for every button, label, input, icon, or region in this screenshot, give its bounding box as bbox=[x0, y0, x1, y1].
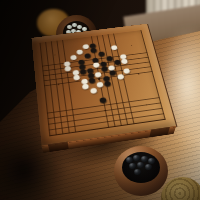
board-intersection[interactable] bbox=[83, 93, 91, 99]
board-intersection[interactable] bbox=[100, 102, 109, 109]
board-intersection[interactable] bbox=[72, 123, 81, 130]
board-intersection[interactable] bbox=[65, 113, 71, 119]
board-intersection[interactable] bbox=[148, 101, 155, 107]
board-intersection[interactable] bbox=[101, 108, 110, 115]
board-intersection[interactable] bbox=[45, 121, 51, 128]
board-intersection[interactable] bbox=[121, 94, 130, 100]
board-intersection[interactable] bbox=[85, 104, 93, 111]
board-intersection[interactable] bbox=[144, 85, 150, 91]
board-intersection[interactable] bbox=[78, 111, 87, 118]
board-intersection[interactable] bbox=[51, 82, 57, 88]
board-intersection[interactable] bbox=[56, 126, 62, 133]
board-intersection[interactable] bbox=[67, 124, 73, 131]
board-intersection[interactable] bbox=[110, 79, 118, 85]
board-intersection[interactable] bbox=[107, 101, 116, 107]
board-intersection[interactable] bbox=[126, 115, 135, 122]
board-intersection[interactable] bbox=[46, 83, 52, 89]
board-intersection[interactable] bbox=[57, 132, 63, 139]
board-intersection[interactable] bbox=[158, 100, 165, 106]
board-intersection[interactable] bbox=[150, 107, 157, 113]
board-intersection[interactable] bbox=[153, 79, 159, 85]
board-intersection[interactable] bbox=[137, 97, 143, 103]
board-intersection[interactable]: ● bbox=[99, 97, 107, 103]
board-intersection[interactable] bbox=[73, 129, 82, 136]
board-intersection[interactable] bbox=[111, 84, 119, 90]
board-intersection[interactable] bbox=[86, 115, 95, 122]
board-intersection[interactable] bbox=[47, 93, 53, 99]
board-intersection[interactable] bbox=[42, 99, 48, 105]
board-intersection[interactable] bbox=[109, 112, 118, 119]
board-intersection[interactable] bbox=[152, 95, 158, 101]
board-intersection[interactable] bbox=[104, 124, 113, 131]
black-stone-in-bowl bbox=[148, 158, 155, 164]
board-intersection[interactable] bbox=[106, 96, 114, 102]
board-intersection[interactable] bbox=[40, 78, 46, 84]
star-point bbox=[146, 104, 147, 105]
board-intersection[interactable] bbox=[73, 79, 81, 85]
black-stone: ● bbox=[103, 80, 111, 86]
board-intersection[interactable] bbox=[86, 110, 95, 117]
board-intersection[interactable] bbox=[97, 86, 105, 92]
board-intersection[interactable] bbox=[74, 84, 82, 90]
board-intersection[interactable] bbox=[135, 120, 144, 127]
board-intersection[interactable] bbox=[66, 80, 74, 86]
board-intersection[interactable] bbox=[48, 104, 54, 110]
board-intersection[interactable] bbox=[123, 104, 132, 111]
board-intersection[interactable] bbox=[63, 96, 69, 102]
board-intersection[interactable] bbox=[124, 110, 133, 117]
board-intersection[interactable] bbox=[58, 102, 64, 108]
board-intersection[interactable] bbox=[61, 125, 67, 132]
board-intersection[interactable] bbox=[43, 110, 49, 116]
board-intersection[interactable] bbox=[56, 81, 62, 87]
board-intersection[interactable] bbox=[131, 103, 140, 110]
board-intersection[interactable] bbox=[77, 105, 85, 112]
board-intersection[interactable] bbox=[141, 114, 148, 120]
board-intersection[interactable] bbox=[104, 85, 112, 91]
board-intersection[interactable] bbox=[55, 114, 61, 120]
star-point bbox=[58, 84, 59, 85]
black-bowl-stones bbox=[122, 152, 160, 183]
board-intersection[interactable] bbox=[127, 121, 136, 128]
board-intersection[interactable] bbox=[50, 126, 56, 133]
board-intersection[interactable] bbox=[151, 90, 157, 96]
board-intersection[interactable] bbox=[80, 122, 89, 129]
board-intersection[interactable] bbox=[146, 91, 152, 97]
board-intersection[interactable] bbox=[136, 92, 142, 98]
board-intersection[interactable] bbox=[92, 103, 100, 110]
board-intersection[interactable] bbox=[51, 87, 57, 93]
board-intersection[interactable] bbox=[149, 85, 155, 91]
board-intersection[interactable] bbox=[64, 107, 70, 113]
black-stone-bowl bbox=[114, 146, 168, 196]
black-stone: ● bbox=[99, 97, 107, 103]
board-intersection[interactable] bbox=[122, 99, 131, 105]
board-intersection[interactable] bbox=[95, 120, 104, 127]
board-intersection[interactable] bbox=[67, 90, 75, 96]
board-intersection[interactable] bbox=[87, 121, 96, 128]
board-intersection[interactable] bbox=[44, 116, 50, 122]
board-intersection[interactable] bbox=[108, 106, 117, 113]
board-intersection[interactable] bbox=[143, 80, 149, 86]
board-intersection[interactable] bbox=[134, 87, 140, 93]
board-intersection[interactable] bbox=[91, 98, 99, 104]
board-intersection[interactable] bbox=[49, 109, 55, 115]
board-intersection[interactable] bbox=[110, 118, 119, 125]
board-intersection[interactable] bbox=[62, 86, 68, 92]
board-intersection[interactable] bbox=[117, 111, 126, 118]
board-intersection[interactable] bbox=[114, 95, 123, 101]
board-intersection[interactable] bbox=[94, 114, 103, 121]
board-intersection[interactable] bbox=[60, 114, 66, 120]
board-intersection[interactable] bbox=[54, 109, 60, 115]
board-intersection[interactable] bbox=[42, 94, 48, 100]
star-point bbox=[104, 110, 105, 111]
board-intersection[interactable] bbox=[53, 103, 59, 109]
board-intersection[interactable] bbox=[118, 78, 126, 84]
board-intersection[interactable] bbox=[116, 105, 125, 112]
board-intersection[interactable] bbox=[61, 81, 67, 87]
star-point bbox=[138, 73, 139, 74]
board-intersection[interactable] bbox=[69, 101, 77, 107]
board-intersection[interactable] bbox=[84, 99, 92, 105]
board-intersection[interactable] bbox=[118, 117, 127, 124]
board-intersection[interactable] bbox=[70, 112, 78, 119]
board-intersection[interactable] bbox=[67, 130, 73, 137]
board-intersection[interactable] bbox=[81, 128, 90, 135]
board-intersection[interactable] bbox=[160, 105, 167, 111]
board-intersection[interactable] bbox=[142, 119, 149, 125]
board-intersection[interactable] bbox=[67, 85, 75, 91]
board-intersection[interactable] bbox=[153, 101, 160, 107]
board-intersection[interactable] bbox=[64, 102, 70, 108]
go-table-scene: ●●●●●●●●●●●●●●●●●●●●●●●●●●●●●●●●●●●●●● bbox=[0, 0, 200, 200]
board-intersection[interactable] bbox=[156, 89, 162, 95]
board-intersection[interactable] bbox=[105, 90, 113, 96]
board-intersection[interactable] bbox=[43, 105, 49, 111]
board-intersection[interactable] bbox=[90, 92, 98, 98]
board-intersection[interactable] bbox=[143, 102, 149, 108]
board-intersection[interactable] bbox=[76, 94, 84, 100]
board-intersection[interactable] bbox=[138, 103, 144, 109]
black-stone-in-bowl bbox=[141, 156, 148, 162]
board-intersection[interactable] bbox=[102, 113, 111, 120]
board-intersection[interactable] bbox=[71, 117, 80, 124]
board-intersection[interactable] bbox=[127, 87, 136, 93]
board-intersection[interactable]: ● bbox=[81, 83, 89, 89]
board-intersection[interactable] bbox=[57, 92, 63, 98]
board-intersection[interactable] bbox=[126, 82, 134, 88]
white-stone: ● bbox=[81, 83, 89, 89]
white-stone-in-bowl bbox=[72, 23, 77, 27]
board-intersection[interactable]: ● bbox=[96, 81, 104, 87]
board-intersection[interactable] bbox=[148, 80, 154, 86]
board-intersection[interactable] bbox=[89, 82, 97, 88]
board-intersection[interactable] bbox=[133, 82, 139, 88]
board-intersection[interactable]: ● bbox=[103, 80, 111, 86]
black-stone-in-bowl bbox=[129, 163, 136, 169]
board-intersection[interactable] bbox=[157, 95, 163, 101]
board-intersection[interactable] bbox=[41, 89, 47, 95]
board-intersection[interactable] bbox=[139, 86, 145, 92]
board-intersection[interactable] bbox=[128, 93, 137, 99]
board-intersection[interactable] bbox=[146, 113, 153, 119]
board-intersection[interactable] bbox=[79, 116, 88, 123]
stones-layer: ●●●●●●●●●●●●●●●●●●●●●●●●●●●●●●●●●●●●●● bbox=[36, 28, 169, 140]
board-intersection[interactable] bbox=[154, 84, 160, 90]
black-stone-in-bowl bbox=[134, 169, 141, 175]
board-intersection[interactable] bbox=[76, 100, 84, 106]
black-stone-in-bowl bbox=[133, 155, 140, 161]
white-stone: ● bbox=[89, 87, 97, 93]
board-intersection[interactable] bbox=[153, 118, 160, 124]
board-intersection[interactable] bbox=[112, 123, 121, 130]
board-intersection[interactable] bbox=[55, 120, 61, 127]
star-point bbox=[131, 45, 132, 46]
board-intersection[interactable] bbox=[62, 131, 68, 138]
star-point bbox=[54, 54, 55, 55]
board-intersection[interactable] bbox=[88, 127, 97, 134]
board-intersection[interactable] bbox=[138, 81, 144, 87]
board-intersection[interactable] bbox=[132, 109, 141, 116]
board-intersection[interactable] bbox=[139, 108, 146, 114]
board-intersection[interactable] bbox=[119, 122, 128, 129]
star-point bbox=[62, 116, 63, 117]
white-stone-in-bowl bbox=[67, 25, 72, 29]
board-intersection[interactable] bbox=[161, 111, 168, 117]
board-intersection[interactable] bbox=[50, 121, 56, 128]
board-intersection[interactable] bbox=[46, 88, 52, 94]
board-intersection[interactable] bbox=[103, 119, 112, 126]
board-intersection[interactable] bbox=[147, 119, 154, 125]
board-intersection[interactable] bbox=[119, 83, 127, 89]
board-intersection[interactable] bbox=[115, 100, 124, 106]
board-intersection[interactable] bbox=[120, 88, 128, 94]
board-intersection[interactable] bbox=[147, 96, 153, 102]
board-intersection[interactable] bbox=[112, 89, 120, 95]
black-stone-in-bowl bbox=[145, 164, 152, 170]
board-intersection[interactable] bbox=[145, 107, 152, 113]
board-intersection[interactable] bbox=[158, 117, 165, 123]
board-intersection[interactable] bbox=[58, 97, 64, 103]
black-stone-in-bowl bbox=[137, 162, 144, 168]
board-intersection[interactable] bbox=[62, 91, 68, 97]
board-intersection[interactable]: ● bbox=[89, 87, 97, 93]
board-intersection[interactable] bbox=[68, 95, 76, 101]
board-intersection[interactable] bbox=[155, 106, 162, 112]
board-intersection[interactable] bbox=[151, 112, 158, 118]
board-intersection[interactable] bbox=[163, 116, 170, 122]
board-intersection[interactable] bbox=[75, 89, 83, 95]
board-intersection[interactable] bbox=[56, 87, 62, 93]
board-intersection[interactable] bbox=[52, 92, 58, 98]
board-intersection[interactable] bbox=[133, 114, 142, 121]
board-intersection[interactable] bbox=[49, 115, 55, 121]
board-intersection[interactable] bbox=[82, 88, 90, 94]
board-intersection[interactable] bbox=[93, 109, 102, 116]
black-stone-in-bowl bbox=[126, 157, 133, 163]
white-stone-in-bowl bbox=[77, 25, 82, 29]
white-stone: ● bbox=[96, 81, 104, 87]
board-intersection[interactable] bbox=[70, 106, 78, 113]
board-intersection[interactable] bbox=[141, 91, 147, 97]
board-intersection[interactable] bbox=[96, 126, 105, 133]
board-intersection[interactable] bbox=[47, 99, 53, 105]
board-intersection[interactable] bbox=[41, 83, 47, 89]
board-intersection[interactable] bbox=[59, 108, 65, 114]
board-intersection[interactable] bbox=[129, 98, 138, 104]
board-intersection[interactable] bbox=[66, 118, 72, 124]
board-intersection[interactable] bbox=[156, 112, 163, 118]
board-intersection[interactable] bbox=[53, 98, 59, 104]
board-intersection[interactable] bbox=[98, 91, 106, 97]
board-intersection[interactable] bbox=[142, 97, 148, 103]
board-intersection[interactable] bbox=[61, 119, 67, 125]
